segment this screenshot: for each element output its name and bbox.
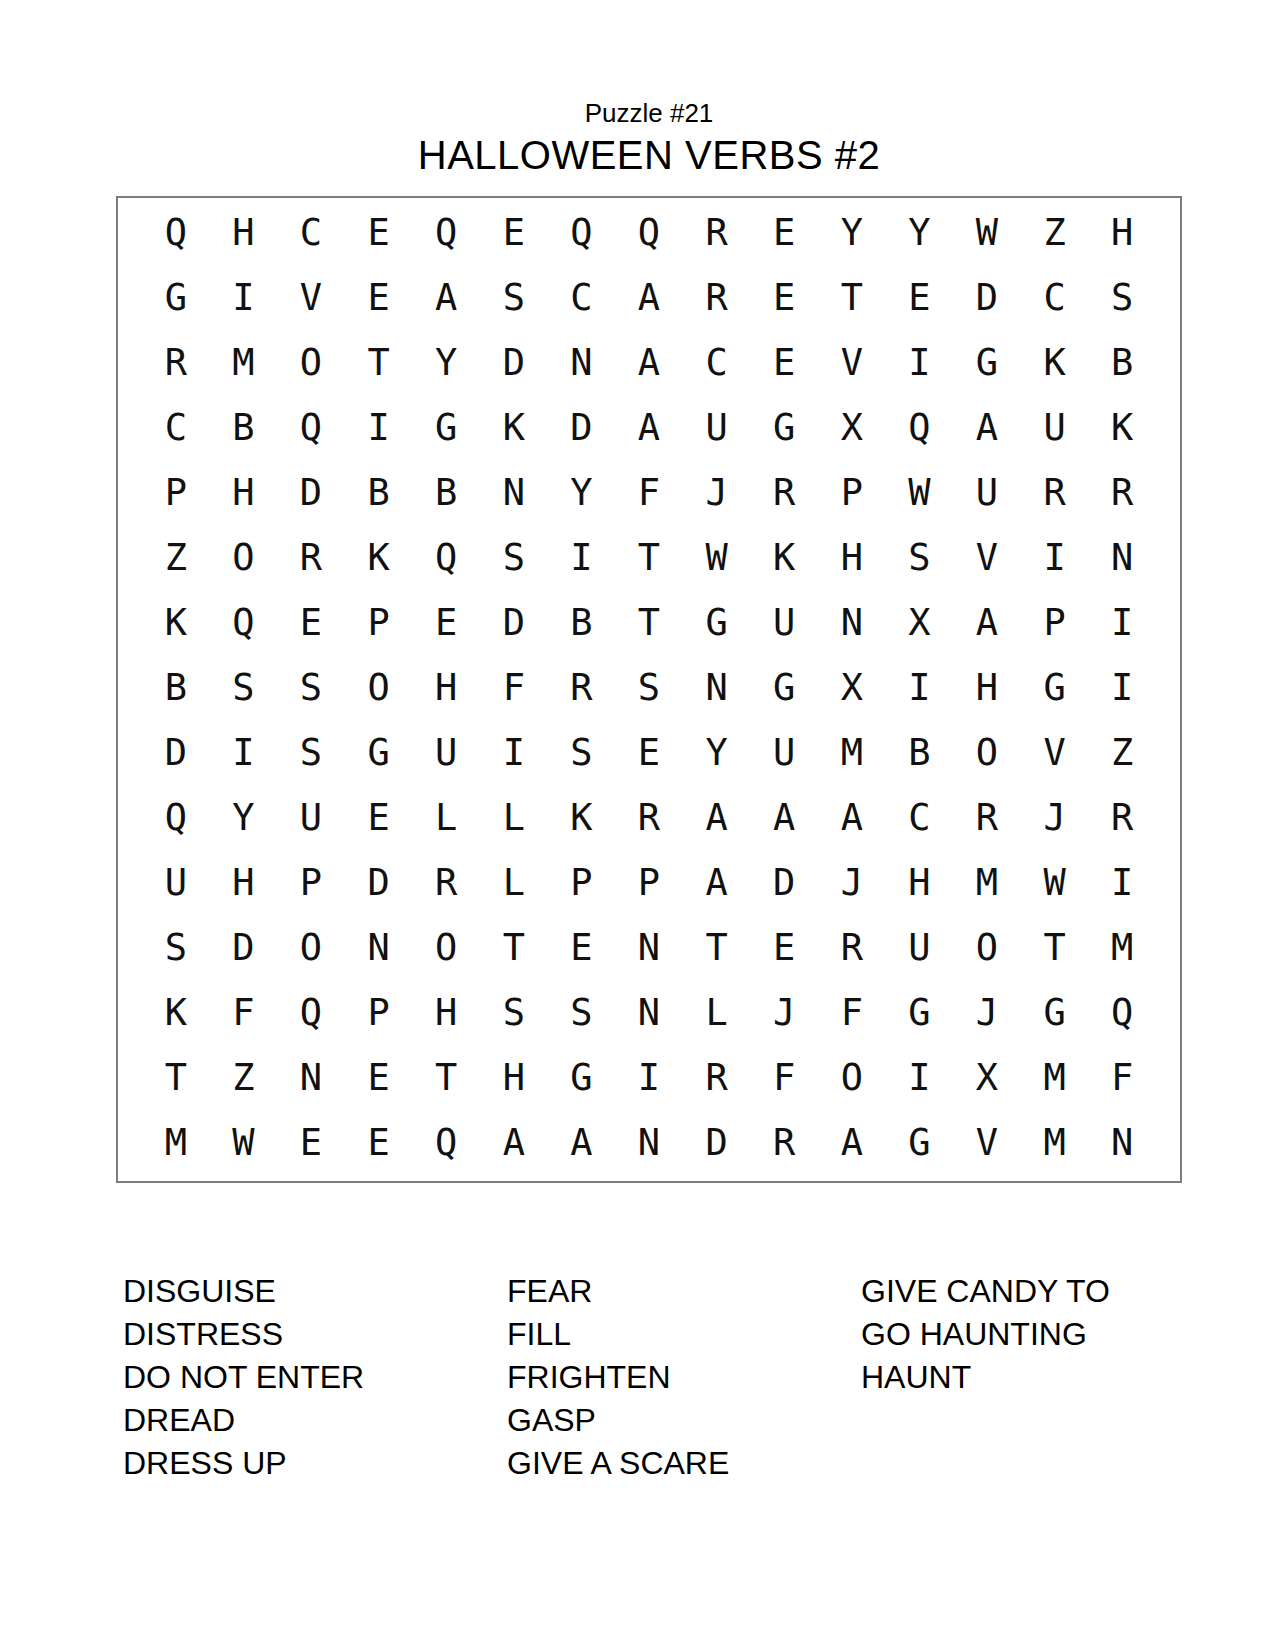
grid-cell-r4c9[interactable]: U [683,395,751,460]
grid-cell-r15c8[interactable]: N [615,1110,683,1175]
grid-cell-r11c13[interactable]: M [953,850,1021,915]
grid-cell-r13c2[interactable]: F [210,980,278,1045]
grid-cell-r1c3[interactable]: C [277,200,345,265]
grid-cell-r9c7[interactable]: S [548,720,616,785]
grid-cell-r13c11[interactable]: F [818,980,886,1045]
grid-cell-r13c15[interactable]: Q [1088,980,1156,1045]
grid-cell-r15c1[interactable]: M [142,1110,210,1175]
grid-cell-r2c14[interactable]: C [1021,265,1089,330]
grid-cell-r10c12[interactable]: C [886,785,954,850]
grid-cell-r11c6[interactable]: L [480,850,548,915]
grid-cell-r13c7[interactable]: S [548,980,616,1045]
grid-cell-r8c14[interactable]: G [1021,655,1089,720]
grid-cell-r9c3[interactable]: S [277,720,345,785]
grid-cell-r5c6[interactable]: N [480,460,548,525]
grid-cell-r11c1[interactable]: U [142,850,210,915]
grid-cell-r11c7[interactable]: P [548,850,616,915]
grid-cell-r13c13[interactable]: J [953,980,1021,1045]
grid-cell-r9c2[interactable]: I [210,720,278,785]
grid-cell-r8c10[interactable]: G [750,655,818,720]
grid-cell-r6c14[interactable]: I [1021,525,1089,590]
word-item: DO NOT ENTER [123,1356,364,1399]
grid-cell-r4c13[interactable]: A [953,395,1021,460]
grid-cell-r15c9[interactable]: D [683,1110,751,1175]
grid-cell-r14c10[interactable]: F [750,1045,818,1110]
grid-cell-r15c15[interactable]: N [1088,1110,1156,1175]
grid-cell-r14c7[interactable]: G [548,1045,616,1110]
word-item: DRESS UP [123,1442,364,1485]
grid-cell-r12c2[interactable]: D [210,915,278,980]
grid-cell-r4c2[interactable]: B [210,395,278,460]
grid-cell-r13c8[interactable]: N [615,980,683,1045]
grid-cell-r1c13[interactable]: W [953,200,1021,265]
letter-grid: QHCEQEQQREYYWZHGIVEASCARETEDCSRMOTYDNACE… [118,198,1180,1181]
grid-cell-r10c15[interactable]: R [1088,785,1156,850]
grid-cell-r10c8[interactable]: R [615,785,683,850]
grid-cell-r4c15[interactable]: K [1088,395,1156,460]
grid-cell-r6c2[interactable]: O [210,525,278,590]
grid-cell-r1c11[interactable]: Y [818,200,886,265]
grid-cell-r15c13[interactable]: V [953,1110,1021,1175]
grid-cell-r8c6[interactable]: F [480,655,548,720]
grid-cell-r6c12[interactable]: S [886,525,954,590]
grid-cell-r5c10[interactable]: R [750,460,818,525]
grid-cell-r11c10[interactable]: D [750,850,818,915]
grid-cell-r5c14[interactable]: R [1021,460,1089,525]
grid-cell-r8c7[interactable]: R [548,655,616,720]
grid-cell-r5c12[interactable]: W [886,460,954,525]
grid-cell-r3c13[interactable]: G [953,330,1021,395]
grid-cell-r14c9[interactable]: R [683,1045,751,1110]
grid-cell-r12c1[interactable]: S [142,915,210,980]
grid-cell-r11c15[interactable]: I [1088,850,1156,915]
grid-cell-r3c6[interactable]: D [480,330,548,395]
grid-cell-r4c10[interactable]: G [750,395,818,460]
grid-cell-r7c14[interactable]: P [1021,590,1089,655]
word-item: GASP [507,1399,729,1442]
grid-cell-r2c13[interactable]: D [953,265,1021,330]
grid-cell-r15c6[interactable]: A [480,1110,548,1175]
grid-cell-r2c12[interactable]: E [886,265,954,330]
grid-cell-r12c11[interactable]: R [818,915,886,980]
grid-cell-r12c3[interactable]: O [277,915,345,980]
grid-cell-r2c5[interactable]: A [412,265,480,330]
grid-cell-r5c1[interactable]: P [142,460,210,525]
word-item: DREAD [123,1399,364,1442]
grid-cell-r11c4[interactable]: D [345,850,413,915]
grid-cell-r6c8[interactable]: T [615,525,683,590]
grid-cell-r15c3[interactable]: E [277,1110,345,1175]
grid-cell-r6c3[interactable]: R [277,525,345,590]
grid-cell-r15c14[interactable]: M [1021,1110,1089,1175]
grid-cell-r6c6[interactable]: S [480,525,548,590]
grid-cell-r12c14[interactable]: T [1021,915,1089,980]
grid-cell-r5c13[interactable]: U [953,460,1021,525]
grid-cell-r8c3[interactable]: S [277,655,345,720]
grid-cell-r7c9[interactable]: G [683,590,751,655]
grid-cell-r3c4[interactable]: T [345,330,413,395]
grid-cell-r2c1[interactable]: G [142,265,210,330]
grid-cell-r2c11[interactable]: T [818,265,886,330]
grid-cell-r12c10[interactable]: E [750,915,818,980]
grid-cell-r8c8[interactable]: S [615,655,683,720]
grid-cell-r7c6[interactable]: D [480,590,548,655]
word-item: DISGUISE [123,1270,364,1313]
grid-cell-r10c9[interactable]: A [683,785,751,850]
grid-cell-r14c13[interactable]: X [953,1045,1021,1110]
grid-cell-r9c9[interactable]: Y [683,720,751,785]
grid-cell-r15c11[interactable]: A [818,1110,886,1175]
grid-cell-r1c10[interactable]: E [750,200,818,265]
grid-cell-r14c5[interactable]: T [412,1045,480,1110]
grid-cell-r8c5[interactable]: H [412,655,480,720]
grid-cell-r14c8[interactable]: I [615,1045,683,1110]
grid-cell-r13c5[interactable]: H [412,980,480,1045]
grid-cell-r1c7[interactable]: Q [548,200,616,265]
grid-cell-r15c12[interactable]: G [886,1110,954,1175]
grid-cell-r10c14[interactable]: J [1021,785,1089,850]
grid-cell-r2c4[interactable]: E [345,265,413,330]
grid-cell-r5c7[interactable]: Y [548,460,616,525]
grid-cell-r3c3[interactable]: O [277,330,345,395]
grid-cell-r11c2[interactable]: H [210,850,278,915]
grid-cell-r2c15[interactable]: S [1088,265,1156,330]
grid-cell-r7c8[interactable]: T [615,590,683,655]
grid-cell-r5c4[interactable]: B [345,460,413,525]
grid-cell-r15c2[interactable]: W [210,1110,278,1175]
grid-cell-r14c2[interactable]: Z [210,1045,278,1110]
grid-cell-r7c12[interactable]: X [886,590,954,655]
grid-cell-r4c11[interactable]: X [818,395,886,460]
grid-cell-r5c2[interactable]: H [210,460,278,525]
grid-cell-r3c7[interactable]: N [548,330,616,395]
grid-cell-r5c11[interactable]: P [818,460,886,525]
grid-cell-r3c11[interactable]: V [818,330,886,395]
grid-cell-r1c6[interactable]: E [480,200,548,265]
grid-cell-r14c4[interactable]: E [345,1045,413,1110]
grid-cell-r3c10[interactable]: E [750,330,818,395]
word-item: FILL [507,1313,729,1356]
grid-cell-r14c6[interactable]: H [480,1045,548,1110]
grid-cell-r10c7[interactable]: K [548,785,616,850]
grid-cell-r8c13[interactable]: H [953,655,1021,720]
grid-cell-r10c1[interactable]: Q [142,785,210,850]
grid-cell-r2c10[interactable]: E [750,265,818,330]
grid-cell-r7c1[interactable]: K [142,590,210,655]
grid-cell-r15c10[interactable]: R [750,1110,818,1175]
grid-cell-r1c14[interactable]: Z [1021,200,1089,265]
grid-cell-r10c5[interactable]: L [412,785,480,850]
puzzle-number: Puzzle #21 [116,98,1182,128]
grid-cell-r10c2[interactable]: Y [210,785,278,850]
grid-cell-r13c1[interactable]: K [142,980,210,1045]
grid-cell-r4c6[interactable]: K [480,395,548,460]
grid-cell-r12c15[interactable]: M [1088,915,1156,980]
grid-cell-r2c3[interactable]: V [277,265,345,330]
grid-cell-r5c8[interactable]: F [615,460,683,525]
grid-cell-r7c10[interactable]: U [750,590,818,655]
grid-cell-r7c4[interactable]: P [345,590,413,655]
grid-cell-r2c9[interactable]: R [683,265,751,330]
grid-cell-r15c5[interactable]: Q [412,1110,480,1175]
grid-cell-r6c11[interactable]: H [818,525,886,590]
grid-cell-r3c14[interactable]: K [1021,330,1089,395]
grid-cell-r5c5[interactable]: B [412,460,480,525]
grid-cell-r12c7[interactable]: E [548,915,616,980]
grid-cell-r1c2[interactable]: H [210,200,278,265]
grid-cell-r14c3[interactable]: N [277,1045,345,1110]
grid-cell-r11c5[interactable]: R [412,850,480,915]
grid-cell-r6c1[interactable]: Z [142,525,210,590]
grid-cell-r3c8[interactable]: A [615,330,683,395]
grid-cell-r7c3[interactable]: E [277,590,345,655]
grid-cell-r10c4[interactable]: E [345,785,413,850]
grid-cell-r13c6[interactable]: S [480,980,548,1045]
grid-cell-r3c2[interactable]: M [210,330,278,395]
grid-cell-r12c12[interactable]: U [886,915,954,980]
grid-cell-r4c12[interactable]: Q [886,395,954,460]
word-item: FRIGHTEN [507,1356,729,1399]
grid-cell-r1c1[interactable]: Q [142,200,210,265]
word-item: GIVE CANDY TO [861,1270,1110,1313]
word-item: GO HAUNTING [861,1313,1110,1356]
grid-cell-r9c10[interactable]: U [750,720,818,785]
grid-cell-r3c1[interactable]: R [142,330,210,395]
grid-cell-r2c8[interactable]: A [615,265,683,330]
grid-cell-r12c5[interactable]: O [412,915,480,980]
grid-cell-r4c7[interactable]: D [548,395,616,460]
grid-cell-r12c9[interactable]: T [683,915,751,980]
grid-cell-r11c12[interactable]: H [886,850,954,915]
word-list-column-3: GIVE CANDY TOGO HAUNTINGHAUNT [861,1270,1110,1399]
grid-cell-r7c7[interactable]: B [548,590,616,655]
grid-cell-r1c12[interactable]: Y [886,200,954,265]
grid-cell-r7c11[interactable]: N [818,590,886,655]
grid-cell-r3c5[interactable]: Y [412,330,480,395]
grid-cell-r3c12[interactable]: I [886,330,954,395]
grid-cell-r14c15[interactable]: F [1088,1045,1156,1110]
word-item: GIVE A SCARE [507,1442,729,1485]
grid-cell-r2c7[interactable]: C [548,265,616,330]
grid-cell-r13c14[interactable]: G [1021,980,1089,1045]
grid-cell-r10c3[interactable]: U [277,785,345,850]
grid-cell-r6c5[interactable]: Q [412,525,480,590]
grid-cell-r6c9[interactable]: W [683,525,751,590]
grid-cell-r4c5[interactable]: G [412,395,480,460]
grid-cell-r8c4[interactable]: O [345,655,413,720]
grid-cell-r9c12[interactable]: B [886,720,954,785]
grid-cell-r9c5[interactable]: U [412,720,480,785]
grid-cell-r11c11[interactable]: J [818,850,886,915]
grid-cell-r8c2[interactable]: S [210,655,278,720]
grid-cell-r6c10[interactable]: K [750,525,818,590]
grid-cell-r14c1[interactable]: T [142,1045,210,1110]
grid-cell-r9c4[interactable]: G [345,720,413,785]
grid-cell-r14c11[interactable]: O [818,1045,886,1110]
grid-cell-r12c6[interactable]: T [480,915,548,980]
grid-cell-r9c11[interactable]: M [818,720,886,785]
grid-cell-r2c2[interactable]: I [210,265,278,330]
grid-cell-r9c8[interactable]: E [615,720,683,785]
grid-cell-r8c12[interactable]: I [886,655,954,720]
grid-cell-r4c1[interactable]: C [142,395,210,460]
grid-cell-r7c13[interactable]: A [953,590,1021,655]
grid-cell-r6c7[interactable]: I [548,525,616,590]
grid-cell-r11c3[interactable]: P [277,850,345,915]
grid-cell-r7c2[interactable]: Q [210,590,278,655]
grid-cell-r14c12[interactable]: I [886,1045,954,1110]
word-list-column-2: FEARFILLFRIGHTENGASPGIVE A SCARE [507,1270,729,1485]
grid-cell-r1c5[interactable]: Q [412,200,480,265]
grid-cell-r4c4[interactable]: I [345,395,413,460]
grid-cell-r13c9[interactable]: L [683,980,751,1045]
grid-cell-r11c9[interactable]: A [683,850,751,915]
grid-cell-r4c3[interactable]: Q [277,395,345,460]
word-list-column-1: DISGUISEDISTRESSDO NOT ENTERDREADDRESS U… [123,1270,364,1485]
page: Puzzle #21 HALLOWEEN VERBS #2 QHCEQEQQRE… [0,0,1275,1650]
grid-cell-r9c1[interactable]: D [142,720,210,785]
grid-cell-r5c15[interactable]: R [1088,460,1156,525]
grid-cell-r13c12[interactable]: G [886,980,954,1045]
grid-border-box: QHCEQEQQREYYWZHGIVEASCARETEDCSRMOTYDNACE… [116,196,1182,1183]
grid-cell-r1c8[interactable]: Q [615,200,683,265]
word-item: HAUNT [861,1356,1110,1399]
grid-cell-r9c15[interactable]: Z [1088,720,1156,785]
grid-cell-r1c4[interactable]: E [345,200,413,265]
grid-cell-r3c15[interactable]: B [1088,330,1156,395]
grid-cell-r6c4[interactable]: K [345,525,413,590]
grid-cell-r12c4[interactable]: N [345,915,413,980]
grid-cell-r2c6[interactable]: S [480,265,548,330]
grid-cell-r9c14[interactable]: V [1021,720,1089,785]
grid-cell-r11c14[interactable]: W [1021,850,1089,915]
grid-cell-r7c5[interactable]: E [412,590,480,655]
word-item: DISTRESS [123,1313,364,1356]
grid-cell-r10c13[interactable]: R [953,785,1021,850]
grid-cell-r13c10[interactable]: J [750,980,818,1045]
grid-cell-r15c7[interactable]: A [548,1110,616,1175]
grid-cell-r6c13[interactable]: V [953,525,1021,590]
grid-cell-r9c13[interactable]: O [953,720,1021,785]
word-item: FEAR [507,1270,729,1313]
grid-cell-r5c3[interactable]: D [277,460,345,525]
grid-cell-r9c6[interactable]: I [480,720,548,785]
grid-cell-r7c15[interactable]: I [1088,590,1156,655]
grid-cell-r8c9[interactable]: N [683,655,751,720]
grid-cell-r8c1[interactable]: B [142,655,210,720]
grid-cell-r13c4[interactable]: P [345,980,413,1045]
grid-cell-r12c13[interactable]: O [953,915,1021,980]
grid-cell-r1c15[interactable]: H [1088,200,1156,265]
grid-cell-r14c14[interactable]: M [1021,1045,1089,1110]
grid-cell-r5c9[interactable]: J [683,460,751,525]
grid-cell-r4c14[interactable]: U [1021,395,1089,460]
grid-cell-r8c15[interactable]: I [1088,655,1156,720]
grid-cell-r11c8[interactable]: P [615,850,683,915]
grid-cell-r6c15[interactable]: N [1088,525,1156,590]
grid-cell-r10c6[interactable]: L [480,785,548,850]
grid-cell-r12c8[interactable]: N [615,915,683,980]
grid-cell-r3c9[interactable]: C [683,330,751,395]
grid-cell-r10c10[interactable]: A [750,785,818,850]
page-title: HALLOWEEN VERBS #2 [116,133,1182,177]
grid-cell-r1c9[interactable]: R [683,200,751,265]
grid-cell-r13c3[interactable]: Q [277,980,345,1045]
grid-cell-r15c4[interactable]: E [345,1110,413,1175]
grid-cell-r4c8[interactable]: A [615,395,683,460]
grid-cell-r8c11[interactable]: X [818,655,886,720]
grid-cell-r10c11[interactable]: A [818,785,886,850]
